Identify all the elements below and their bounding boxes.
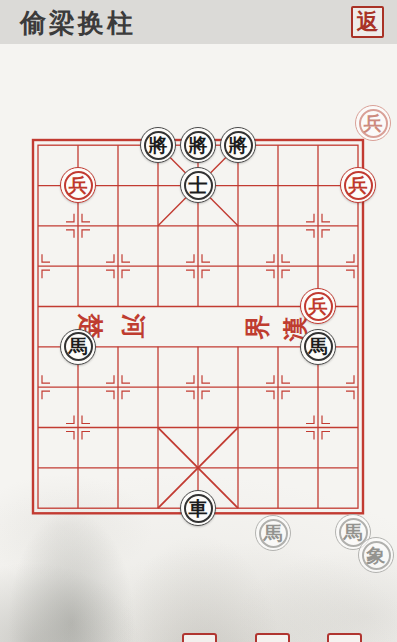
board-cell-9-9[interactable] [338, 448, 378, 488]
board-cell-7-8[interactable] [258, 407, 298, 447]
piece-black-general[interactable]: 將 [180, 127, 216, 163]
bottom-button-1[interactable] [182, 633, 217, 642]
board-cell-8-3[interactable] [298, 206, 338, 246]
board-cell-3-3[interactable] [98, 206, 138, 246]
board-cell-2-2[interactable]: 兵 [58, 165, 98, 205]
board-cell-3-7[interactable] [98, 367, 138, 407]
tray-piece-black-horse-1[interactable]: 馬 [255, 515, 291, 551]
board-cell-5-5[interactable] [178, 286, 218, 326]
board-cell-8-2[interactable] [298, 165, 338, 205]
board-cell-2-6[interactable]: 馬 [58, 327, 98, 367]
board-cell-2-1[interactable] [58, 125, 98, 165]
page-title: 偷梁换柱 [20, 6, 136, 41]
board-cell-3-4[interactable] [98, 246, 138, 286]
piece-label: 兵 [64, 171, 93, 200]
board-cell-1-6[interactable] [18, 327, 58, 367]
board-cell-8-4[interactable] [298, 246, 338, 286]
bottom-button-2[interactable] [255, 633, 290, 642]
board-cell-9-3[interactable] [338, 206, 378, 246]
tray-piece-black-elephant[interactable]: 象 [358, 537, 394, 573]
piece-black-horse[interactable]: 馬 [60, 329, 96, 365]
board-cell-7-4[interactable] [258, 246, 298, 286]
board-cell-4-8[interactable] [138, 407, 178, 447]
tray-piece-red-soldier[interactable]: 兵 [355, 105, 391, 141]
board-cell-4-10[interactable] [138, 488, 178, 528]
board-cell-4-3[interactable] [138, 206, 178, 246]
board-cell-6-1[interactable]: 將 [218, 125, 258, 165]
board-cell-4-9[interactable] [138, 448, 178, 488]
header-bar: 偷梁换柱 返 [0, 0, 397, 44]
board-cell-4-5[interactable] [138, 286, 178, 326]
piece-label: 將 [184, 131, 213, 160]
board-cell-3-2[interactable] [98, 165, 138, 205]
board-cell-1-3[interactable] [18, 206, 58, 246]
board-cell-2-5[interactable] [58, 286, 98, 326]
board-cell-6-4[interactable] [218, 246, 258, 286]
board-cell-6-9[interactable] [218, 448, 258, 488]
board-cell-2-3[interactable] [58, 206, 98, 246]
board-cell-4-7[interactable] [138, 367, 178, 407]
board-cell-1-4[interactable] [18, 246, 58, 286]
board-cell-9-7[interactable] [338, 367, 378, 407]
board-cell-1-9[interactable] [18, 448, 58, 488]
board-cell-5-7[interactable] [178, 367, 218, 407]
board-cell-3-6[interactable] [98, 327, 138, 367]
board-cell-7-5[interactable] [258, 286, 298, 326]
board-cell-2-10[interactable] [58, 488, 98, 528]
piece-label: 將 [144, 131, 173, 160]
page: 楚 河 界 漢 將將將兵士兵兵馬馬車 兵 馬 馬 象 偷梁换柱 返 [0, 0, 397, 642]
board-cell-8-8[interactable] [298, 407, 338, 447]
bottom-button-3[interactable] [327, 633, 362, 642]
board: 將將將兵士兵兵馬馬車 [18, 125, 378, 528]
board-cell-1-1[interactable] [18, 125, 58, 165]
board-cell-3-10[interactable] [98, 488, 138, 528]
board-cell-5-8[interactable] [178, 407, 218, 447]
board-cell-7-6[interactable] [258, 327, 298, 367]
board-cell-9-6[interactable] [338, 327, 378, 367]
board-cell-8-5[interactable]: 兵 [298, 286, 338, 326]
board-cell-3-9[interactable] [98, 448, 138, 488]
board-cell-2-7[interactable] [58, 367, 98, 407]
piece-label: 車 [184, 494, 213, 523]
piece-red-soldier[interactable]: 兵 [340, 167, 376, 203]
board-cell-5-10[interactable]: 車 [178, 488, 218, 528]
piece-black-general[interactable]: 將 [140, 127, 176, 163]
piece-label: 馬 [304, 332, 333, 361]
board-cell-4-6[interactable] [138, 327, 178, 367]
board-cell-7-1[interactable] [258, 125, 298, 165]
board-cell-5-3[interactable] [178, 206, 218, 246]
board-cell-1-2[interactable] [18, 165, 58, 205]
piece-red-soldier[interactable]: 兵 [60, 167, 96, 203]
board-cell-8-10[interactable] [298, 488, 338, 528]
board-cell-6-2[interactable] [218, 165, 258, 205]
board-cell-9-8[interactable] [338, 407, 378, 447]
board-cell-6-3[interactable] [218, 206, 258, 246]
board-cell-6-8[interactable] [218, 407, 258, 447]
piece-label: 馬 [64, 332, 93, 361]
board-cell-8-7[interactable] [298, 367, 338, 407]
board-cell-5-1[interactable]: 將 [178, 125, 218, 165]
piece-black-chariot[interactable]: 車 [180, 490, 216, 526]
board-cell-8-6[interactable]: 馬 [298, 327, 338, 367]
piece-red-soldier[interactable]: 兵 [300, 288, 336, 324]
piece-black-horse[interactable]: 馬 [300, 329, 336, 365]
board-cell-9-2[interactable]: 兵 [338, 165, 378, 205]
board-cell-2-9[interactable] [58, 448, 98, 488]
piece-label: 兵 [304, 292, 333, 321]
board-cell-6-5[interactable] [218, 286, 258, 326]
board-cell-5-2[interactable]: 士 [178, 165, 218, 205]
board-cell-7-7[interactable] [258, 367, 298, 407]
board-cell-1-10[interactable] [18, 488, 58, 528]
board-cell-3-8[interactable] [98, 407, 138, 447]
piece-black-general[interactable]: 將 [220, 127, 256, 163]
board-cell-7-9[interactable] [258, 448, 298, 488]
piece-label: 士 [184, 171, 213, 200]
board-cell-2-8[interactable] [58, 407, 98, 447]
board-cell-1-5[interactable] [18, 286, 58, 326]
piece-black-advisor[interactable]: 士 [180, 167, 216, 203]
board-cell-1-8[interactable] [18, 407, 58, 447]
board-cell-3-1[interactable] [98, 125, 138, 165]
board-cell-9-5[interactable] [338, 286, 378, 326]
board-cell-6-10[interactable] [218, 488, 258, 528]
board-cell-8-9[interactable] [298, 448, 338, 488]
board-cell-3-5[interactable] [98, 286, 138, 326]
board-cell-4-1[interactable]: 將 [138, 125, 178, 165]
board-cell-6-7[interactable] [218, 367, 258, 407]
board-cell-9-4[interactable] [338, 246, 378, 286]
board-cell-2-4[interactable] [58, 246, 98, 286]
board-cell-7-3[interactable] [258, 206, 298, 246]
board-cell-1-7[interactable] [18, 367, 58, 407]
back-button[interactable]: 返 [351, 6, 384, 38]
board-cell-5-9[interactable] [178, 448, 218, 488]
board-cell-8-1[interactable] [298, 125, 338, 165]
board-cell-7-2[interactable] [258, 165, 298, 205]
board-cell-4-4[interactable] [138, 246, 178, 286]
board-cell-4-2[interactable] [138, 165, 178, 205]
piece-label: 將 [224, 131, 253, 160]
board-cell-5-4[interactable] [178, 246, 218, 286]
board-cell-5-6[interactable] [178, 327, 218, 367]
piece-label: 兵 [344, 171, 373, 200]
board-cell-6-6[interactable] [218, 327, 258, 367]
